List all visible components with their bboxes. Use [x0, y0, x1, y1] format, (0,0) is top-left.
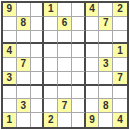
cell-r3c7[interactable]	[86, 31, 100, 45]
cell-r7c3[interactable]	[31, 86, 45, 100]
cell-r9c3[interactable]	[31, 113, 45, 127]
cell-r6c4[interactable]	[44, 72, 58, 86]
cell-r9c8[interactable]	[99, 113, 113, 127]
cell-r6c9: 7	[113, 72, 127, 86]
sudoku-board: 91428674173373781294	[1, 1, 129, 129]
cell-r4c8[interactable]	[99, 44, 113, 58]
cell-r3c8[interactable]	[99, 31, 113, 45]
cell-r7c1[interactable]	[3, 86, 17, 100]
cell-r8c7[interactable]	[86, 99, 100, 113]
cell-r6c7[interactable]	[86, 72, 100, 86]
cell-r1c6[interactable]	[72, 3, 86, 17]
cell-r2c2: 8	[17, 17, 31, 31]
cell-r4c7[interactable]	[86, 44, 100, 58]
cell-r9c4: 2	[44, 113, 58, 127]
cell-r8c5: 7	[58, 99, 72, 113]
cell-r2c6[interactable]	[72, 17, 86, 31]
cell-r2c4[interactable]	[44, 17, 58, 31]
cell-r5c5[interactable]	[58, 58, 72, 72]
cell-r1c5[interactable]	[58, 3, 72, 17]
cell-r9c1: 1	[3, 113, 17, 127]
cell-r7c8[interactable]	[99, 86, 113, 100]
cell-r4c2[interactable]	[17, 44, 31, 58]
cell-r8c2: 3	[17, 99, 31, 113]
cell-r1c9: 2	[113, 3, 127, 17]
cell-r8c9[interactable]	[113, 99, 127, 113]
cell-r6c8[interactable]	[99, 72, 113, 86]
cell-r7c7[interactable]	[86, 86, 100, 100]
cell-r1c1: 9	[3, 3, 17, 17]
cell-r4c9: 1	[113, 44, 127, 58]
cell-r2c7[interactable]	[86, 17, 100, 31]
cell-r4c4[interactable]	[44, 44, 58, 58]
cell-r2c5: 6	[58, 17, 72, 31]
cell-r1c2[interactable]	[17, 3, 31, 17]
cell-r3c9[interactable]	[113, 31, 127, 45]
cell-r3c1[interactable]	[3, 31, 17, 45]
cell-r9c7: 9	[86, 113, 100, 127]
cell-r7c5[interactable]	[58, 86, 72, 100]
cell-r6c3[interactable]	[31, 72, 45, 86]
cell-r6c5[interactable]	[58, 72, 72, 86]
cell-r4c6[interactable]	[72, 44, 86, 58]
cell-r5c2: 7	[17, 58, 31, 72]
cell-r2c8: 7	[99, 17, 113, 31]
cell-r5c7[interactable]	[86, 58, 100, 72]
cell-r1c4: 1	[44, 3, 58, 17]
cell-r9c6[interactable]	[72, 113, 86, 127]
cell-r1c8[interactable]	[99, 3, 113, 17]
cell-r7c2[interactable]	[17, 86, 31, 100]
cell-r3c5[interactable]	[58, 31, 72, 45]
cell-r9c9: 4	[113, 113, 127, 127]
cell-r1c3[interactable]	[31, 3, 45, 17]
cell-r5c6[interactable]	[72, 58, 86, 72]
cell-r2c1[interactable]	[3, 17, 17, 31]
cell-r3c2[interactable]	[17, 31, 31, 45]
cell-r1c7: 4	[86, 3, 100, 17]
cell-r9c2[interactable]	[17, 113, 31, 127]
cell-r8c1[interactable]	[3, 99, 17, 113]
cell-r5c1[interactable]	[3, 58, 17, 72]
cell-r8c6[interactable]	[72, 99, 86, 113]
cell-r5c4[interactable]	[44, 58, 58, 72]
cell-r4c5[interactable]	[58, 44, 72, 58]
cell-r3c3[interactable]	[31, 31, 45, 45]
cell-r5c3[interactable]	[31, 58, 45, 72]
cell-r2c9[interactable]	[113, 17, 127, 31]
cell-r8c3[interactable]	[31, 99, 45, 113]
cell-r4c3[interactable]	[31, 44, 45, 58]
cell-r8c8: 8	[99, 99, 113, 113]
cell-r2c3[interactable]	[31, 17, 45, 31]
cell-r4c1: 4	[3, 44, 17, 58]
cell-r8c4[interactable]	[44, 99, 58, 113]
cell-r3c4[interactable]	[44, 31, 58, 45]
cell-r7c4[interactable]	[44, 86, 58, 100]
cell-r5c9[interactable]	[113, 58, 127, 72]
cell-r5c8: 3	[99, 58, 113, 72]
cell-r6c6[interactable]	[72, 72, 86, 86]
cell-r9c5[interactable]	[58, 113, 72, 127]
cell-r7c9[interactable]	[113, 86, 127, 100]
cell-r6c1: 3	[3, 72, 17, 86]
cell-r3c6[interactable]	[72, 31, 86, 45]
cell-r6c2[interactable]	[17, 72, 31, 86]
cell-r7c6[interactable]	[72, 86, 86, 100]
